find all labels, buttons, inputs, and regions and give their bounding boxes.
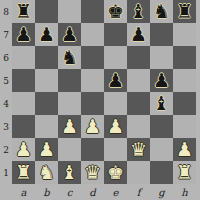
- file-labels: abcdefgh: [12, 184, 196, 200]
- square-e3[interactable]: ♟: [104, 115, 127, 138]
- square-e7[interactable]: [104, 23, 127, 46]
- file-label-a: a: [12, 184, 35, 200]
- rank-label-3: 3: [0, 115, 12, 138]
- piece-white-king[interactable]: ♚: [107, 161, 124, 184]
- square-c7[interactable]: ♟: [58, 23, 81, 46]
- piece-black-king[interactable]: ♚: [107, 0, 124, 23]
- square-f7[interactable]: ♟: [127, 23, 150, 46]
- square-a3[interactable]: [12, 115, 35, 138]
- square-h7[interactable]: [173, 23, 196, 46]
- square-g5[interactable]: ♟: [150, 69, 173, 92]
- square-b6[interactable]: [35, 46, 58, 69]
- rank-label-8: 8: [0, 0, 12, 23]
- square-h2[interactable]: ♟: [173, 138, 196, 161]
- square-c4[interactable]: [58, 92, 81, 115]
- piece-black-pawn[interactable]: ♟: [130, 23, 147, 46]
- square-h8[interactable]: ♜: [173, 0, 196, 23]
- square-a1[interactable]: ♜: [12, 161, 35, 184]
- file-label-d: d: [81, 184, 104, 200]
- square-c8[interactable]: [58, 0, 81, 23]
- square-g3[interactable]: [150, 115, 173, 138]
- square-h3[interactable]: [173, 115, 196, 138]
- square-c6[interactable]: ♞: [58, 46, 81, 69]
- file-label-e: e: [104, 184, 127, 200]
- square-h6[interactable]: [173, 46, 196, 69]
- square-d2[interactable]: [81, 138, 104, 161]
- square-b4[interactable]: [35, 92, 58, 115]
- square-g7[interactable]: [150, 23, 173, 46]
- square-e6[interactable]: [104, 46, 127, 69]
- square-a4[interactable]: [12, 92, 35, 115]
- rank-labels: 87654321: [0, 0, 12, 184]
- piece-black-bishop[interactable]: ♝: [153, 92, 170, 115]
- piece-black-pawn[interactable]: ♟: [107, 69, 124, 92]
- square-a7[interactable]: ♟: [12, 23, 35, 46]
- chess-board: ♜♚♝♞♜♟♟♟♟♞♟♟♝♟♟♟♟♟♛♟♜♞♝♛♚♜: [12, 0, 196, 184]
- piece-black-rook[interactable]: ♜: [176, 0, 193, 23]
- piece-black-pawn[interactable]: ♟: [38, 23, 55, 46]
- square-d1[interactable]: ♛: [81, 161, 104, 184]
- square-d4[interactable]: [81, 92, 104, 115]
- piece-black-knight[interactable]: ♞: [61, 46, 78, 69]
- square-f8[interactable]: ♝: [127, 0, 150, 23]
- square-c3[interactable]: ♟: [58, 115, 81, 138]
- square-b8[interactable]: [35, 0, 58, 23]
- square-f4[interactable]: [127, 92, 150, 115]
- square-c5[interactable]: [58, 69, 81, 92]
- piece-white-rook[interactable]: ♜: [176, 161, 193, 184]
- square-a2[interactable]: ♟: [12, 138, 35, 161]
- square-f5[interactable]: [127, 69, 150, 92]
- square-d5[interactable]: [81, 69, 104, 92]
- square-b7[interactable]: ♟: [35, 23, 58, 46]
- piece-white-pawn[interactable]: ♟: [61, 115, 78, 138]
- square-d3[interactable]: ♟: [81, 115, 104, 138]
- square-c1[interactable]: ♝: [58, 161, 81, 184]
- file-label-h: h: [173, 184, 196, 200]
- square-b3[interactable]: [35, 115, 58, 138]
- square-g8[interactable]: ♞: [150, 0, 173, 23]
- rank-label-4: 4: [0, 92, 12, 115]
- square-h4[interactable]: [173, 92, 196, 115]
- piece-black-rook[interactable]: ♜: [15, 0, 32, 23]
- square-d6[interactable]: [81, 46, 104, 69]
- file-label-f: f: [127, 184, 150, 200]
- chess-board-frame: 87654321 ♜♚♝♞♜♟♟♟♟♞♟♟♝♟♟♟♟♟♛♟♜♞♝♛♚♜ abcd…: [0, 0, 200, 200]
- square-e4[interactable]: [104, 92, 127, 115]
- square-b2[interactable]: ♟: [35, 138, 58, 161]
- piece-white-pawn[interactable]: ♟: [107, 115, 124, 138]
- piece-black-pawn[interactable]: ♟: [61, 23, 78, 46]
- square-e8[interactable]: ♚: [104, 0, 127, 23]
- file-label-b: b: [35, 184, 58, 200]
- piece-white-rook[interactable]: ♜: [15, 161, 32, 184]
- square-d8[interactable]: [81, 0, 104, 23]
- piece-white-queen[interactable]: ♛: [130, 138, 147, 161]
- file-label-c: c: [58, 184, 81, 200]
- square-e2[interactable]: [104, 138, 127, 161]
- piece-white-queen[interactable]: ♛: [84, 161, 101, 184]
- square-f6[interactable]: [127, 46, 150, 69]
- square-b5[interactable]: [35, 69, 58, 92]
- square-d7[interactable]: [81, 23, 104, 46]
- piece-white-pawn[interactable]: ♟: [176, 138, 193, 161]
- square-a8[interactable]: ♜: [12, 0, 35, 23]
- rank-label-1: 1: [0, 161, 12, 184]
- square-f2[interactable]: ♛: [127, 138, 150, 161]
- square-a5[interactable]: [12, 69, 35, 92]
- piece-white-pawn[interactable]: ♟: [84, 115, 101, 138]
- square-f1[interactable]: [127, 161, 150, 184]
- square-g4[interactable]: ♝: [150, 92, 173, 115]
- square-g2[interactable]: [150, 138, 173, 161]
- piece-black-pawn[interactable]: ♟: [153, 69, 170, 92]
- square-h5[interactable]: [173, 69, 196, 92]
- rank-label-2: 2: [0, 138, 12, 161]
- square-g6[interactable]: [150, 46, 173, 69]
- piece-white-pawn[interactable]: ♟: [38, 138, 55, 161]
- square-e1[interactable]: ♚: [104, 161, 127, 184]
- rank-label-7: 7: [0, 23, 12, 46]
- piece-black-pawn[interactable]: ♟: [15, 23, 32, 46]
- file-label-g: g: [150, 184, 173, 200]
- piece-black-bishop[interactable]: ♝: [130, 0, 147, 23]
- square-f3[interactable]: [127, 115, 150, 138]
- piece-white-knight[interactable]: ♞: [38, 161, 55, 184]
- square-b1[interactable]: ♞: [35, 161, 58, 184]
- rank-label-5: 5: [0, 69, 12, 92]
- square-h1[interactable]: ♜: [173, 161, 196, 184]
- piece-white-pawn[interactable]: ♟: [15, 138, 32, 161]
- square-a6[interactable]: [12, 46, 35, 69]
- piece-black-knight[interactable]: ♞: [153, 0, 170, 23]
- square-c2[interactable]: [58, 138, 81, 161]
- square-g1[interactable]: [150, 161, 173, 184]
- piece-white-bishop[interactable]: ♝: [61, 161, 78, 184]
- square-e5[interactable]: ♟: [104, 69, 127, 92]
- rank-label-6: 6: [0, 46, 12, 69]
